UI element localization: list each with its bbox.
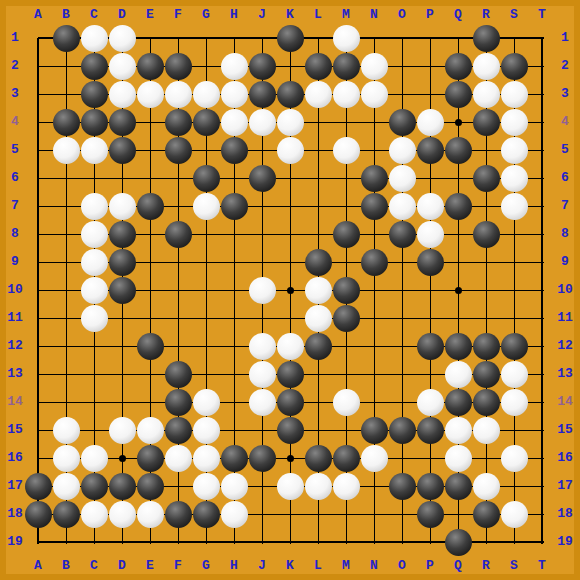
black-stone-F14 (165, 389, 192, 416)
black-stone-R13 (473, 361, 500, 388)
col-label-bottom-O: O (392, 559, 412, 573)
black-stone-K14 (277, 389, 304, 416)
white-stone-J12 (249, 333, 276, 360)
black-stone-C3 (81, 81, 108, 108)
black-stone-K13 (277, 361, 304, 388)
col-label-top-M: M (336, 8, 356, 22)
black-stone-P12 (417, 333, 444, 360)
col-label-top-S: S (504, 8, 524, 22)
col-label-bottom-N: N (364, 559, 384, 573)
white-stone-R2 (473, 53, 500, 80)
white-stone-L10 (305, 277, 332, 304)
col-label-bottom-Q: Q (448, 559, 468, 573)
col-label-top-K: K (280, 8, 300, 22)
black-stone-M10 (333, 277, 360, 304)
white-stone-S4 (501, 109, 528, 136)
white-stone-Q13 (445, 361, 472, 388)
white-stone-J4 (249, 109, 276, 136)
black-stone-P5 (417, 137, 444, 164)
white-stone-R15 (473, 417, 500, 444)
white-stone-L3 (305, 81, 332, 108)
col-label-top-H: H (224, 8, 244, 22)
black-stone-N15 (361, 417, 388, 444)
white-stone-O7 (389, 193, 416, 220)
col-label-top-R: R (476, 8, 496, 22)
black-stone-O15 (389, 417, 416, 444)
black-stone-P18 (417, 501, 444, 528)
white-stone-Q15 (445, 417, 472, 444)
white-stone-P4 (417, 109, 444, 136)
go-board[interactable]: AABBCCDDEEFFGGHHJJKKLLMMNNOOPPQQRRSSTT11… (0, 0, 580, 580)
black-stone-H5 (221, 137, 248, 164)
black-stone-L12 (305, 333, 332, 360)
col-label-bottom-C: C (84, 559, 104, 573)
white-stone-S16 (501, 445, 528, 472)
white-stone-K17 (277, 473, 304, 500)
black-stone-D10 (109, 277, 136, 304)
black-stone-R12 (473, 333, 500, 360)
black-stone-P9 (417, 249, 444, 276)
black-stone-B1 (53, 25, 80, 52)
white-stone-C18 (81, 501, 108, 528)
col-label-top-C: C (84, 8, 104, 22)
black-stone-F15 (165, 417, 192, 444)
black-stone-Q17 (445, 473, 472, 500)
black-stone-K15 (277, 417, 304, 444)
black-stone-M2 (333, 53, 360, 80)
white-stone-R17 (473, 473, 500, 500)
white-stone-C10 (81, 277, 108, 304)
black-stone-Q12 (445, 333, 472, 360)
black-stone-R14 (473, 389, 500, 416)
col-label-bottom-E: E (140, 559, 160, 573)
black-stone-C17 (81, 473, 108, 500)
black-stone-J3 (249, 81, 276, 108)
white-stone-S14 (501, 389, 528, 416)
black-stone-S2 (501, 53, 528, 80)
black-stone-M8 (333, 221, 360, 248)
white-stone-P7 (417, 193, 444, 220)
black-stone-P15 (417, 417, 444, 444)
white-stone-M3 (333, 81, 360, 108)
white-stone-G3 (193, 81, 220, 108)
col-label-bottom-A: A (28, 559, 48, 573)
white-stone-M17 (333, 473, 360, 500)
black-stone-F2 (165, 53, 192, 80)
black-stone-C4 (81, 109, 108, 136)
white-stone-C8 (81, 221, 108, 248)
white-stone-D2 (109, 53, 136, 80)
white-stone-S3 (501, 81, 528, 108)
white-stone-B5 (53, 137, 80, 164)
black-stone-D4 (109, 109, 136, 136)
white-stone-L17 (305, 473, 332, 500)
black-stone-P17 (417, 473, 444, 500)
white-stone-K12 (277, 333, 304, 360)
black-stone-Q19 (445, 529, 472, 556)
col-label-top-N: N (364, 8, 384, 22)
black-stone-E16 (137, 445, 164, 472)
black-stone-D5 (109, 137, 136, 164)
white-stone-H2 (221, 53, 248, 80)
white-stone-S5 (501, 137, 528, 164)
col-label-top-Q: Q (448, 8, 468, 22)
white-stone-K5 (277, 137, 304, 164)
col-label-top-L: L (308, 8, 328, 22)
white-stone-G17 (193, 473, 220, 500)
white-stone-J14 (249, 389, 276, 416)
black-stone-J2 (249, 53, 276, 80)
white-stone-N16 (361, 445, 388, 472)
black-stone-C2 (81, 53, 108, 80)
white-stone-P8 (417, 221, 444, 248)
white-stone-R3 (473, 81, 500, 108)
black-stone-F4 (165, 109, 192, 136)
black-stone-G18 (193, 501, 220, 528)
black-stone-D8 (109, 221, 136, 248)
black-stone-Q2 (445, 53, 472, 80)
col-label-bottom-L: L (308, 559, 328, 573)
white-stone-D15 (109, 417, 136, 444)
white-stone-F3 (165, 81, 192, 108)
white-stone-B15 (53, 417, 80, 444)
white-stone-S13 (501, 361, 528, 388)
black-stone-Q7 (445, 193, 472, 220)
white-stone-E18 (137, 501, 164, 528)
white-stone-F16 (165, 445, 192, 472)
stones-layer (24, 24, 556, 556)
black-stone-R4 (473, 109, 500, 136)
black-stone-O4 (389, 109, 416, 136)
white-stone-H3 (221, 81, 248, 108)
col-label-bottom-P: P (420, 559, 440, 573)
black-stone-N7 (361, 193, 388, 220)
black-stone-L9 (305, 249, 332, 276)
black-stone-D17 (109, 473, 136, 500)
white-stone-B17 (53, 473, 80, 500)
black-stone-N6 (361, 165, 388, 192)
black-stone-G4 (193, 109, 220, 136)
white-stone-C9 (81, 249, 108, 276)
col-label-top-J: J (252, 8, 272, 22)
black-stone-B4 (53, 109, 80, 136)
black-stone-E12 (137, 333, 164, 360)
white-stone-M5 (333, 137, 360, 164)
col-label-bottom-S: S (504, 559, 524, 573)
col-label-bottom-J: J (252, 559, 272, 573)
white-stone-D1 (109, 25, 136, 52)
white-stone-C5 (81, 137, 108, 164)
white-stone-J13 (249, 361, 276, 388)
white-stone-C1 (81, 25, 108, 52)
white-stone-K4 (277, 109, 304, 136)
white-stone-H17 (221, 473, 248, 500)
white-stone-D7 (109, 193, 136, 220)
col-label-top-G: G (196, 8, 216, 22)
black-stone-H16 (221, 445, 248, 472)
black-stone-O8 (389, 221, 416, 248)
white-stone-C11 (81, 305, 108, 332)
black-stone-R6 (473, 165, 500, 192)
col-label-bottom-M: M (336, 559, 356, 573)
white-stone-S18 (501, 501, 528, 528)
black-stone-J16 (249, 445, 276, 472)
white-stone-E15 (137, 417, 164, 444)
black-stone-R1 (473, 25, 500, 52)
white-stone-O6 (389, 165, 416, 192)
black-stone-B18 (53, 501, 80, 528)
white-stone-C7 (81, 193, 108, 220)
white-stone-P14 (417, 389, 444, 416)
col-label-bottom-D: D (112, 559, 132, 573)
black-stone-M16 (333, 445, 360, 472)
black-stone-Q14 (445, 389, 472, 416)
black-stone-K1 (277, 25, 304, 52)
white-stone-D18 (109, 501, 136, 528)
white-stone-S7 (501, 193, 528, 220)
black-stone-E7 (137, 193, 164, 220)
black-stone-H7 (221, 193, 248, 220)
white-stone-E3 (137, 81, 164, 108)
black-stone-Q3 (445, 81, 472, 108)
col-label-top-B: B (56, 8, 76, 22)
col-label-bottom-K: K (280, 559, 300, 573)
black-stone-L16 (305, 445, 332, 472)
white-stone-D3 (109, 81, 136, 108)
black-stone-J6 (249, 165, 276, 192)
black-stone-F8 (165, 221, 192, 248)
white-stone-J10 (249, 277, 276, 304)
black-stone-R18 (473, 501, 500, 528)
black-stone-F5 (165, 137, 192, 164)
col-label-bottom-B: B (56, 559, 76, 573)
white-stone-N3 (361, 81, 388, 108)
col-label-bottom-G: G (196, 559, 216, 573)
white-stone-G15 (193, 417, 220, 444)
col-label-top-T: T (532, 8, 552, 22)
white-stone-N2 (361, 53, 388, 80)
col-label-top-A: A (28, 8, 48, 22)
white-stone-B16 (53, 445, 80, 472)
black-stone-M11 (333, 305, 360, 332)
black-stone-S12 (501, 333, 528, 360)
col-label-bottom-H: H (224, 559, 244, 573)
black-stone-E17 (137, 473, 164, 500)
col-label-top-E: E (140, 8, 160, 22)
black-stone-O17 (389, 473, 416, 500)
col-label-top-D: D (112, 8, 132, 22)
white-stone-Q16 (445, 445, 472, 472)
black-stone-F13 (165, 361, 192, 388)
black-stone-N9 (361, 249, 388, 276)
col-label-bottom-T: T (532, 559, 552, 573)
white-stone-G7 (193, 193, 220, 220)
black-stone-E2 (137, 53, 164, 80)
col-label-bottom-F: F (168, 559, 188, 573)
black-stone-G6 (193, 165, 220, 192)
black-stone-F18 (165, 501, 192, 528)
white-stone-G14 (193, 389, 220, 416)
black-stone-R8 (473, 221, 500, 248)
white-stone-O5 (389, 137, 416, 164)
white-stone-H18 (221, 501, 248, 528)
white-stone-M14 (333, 389, 360, 416)
white-stone-C16 (81, 445, 108, 472)
black-stone-D9 (109, 249, 136, 276)
col-label-top-P: P (420, 8, 440, 22)
black-stone-K3 (277, 81, 304, 108)
col-label-top-F: F (168, 8, 188, 22)
black-stone-A17 (25, 473, 52, 500)
col-label-bottom-R: R (476, 559, 496, 573)
white-stone-M1 (333, 25, 360, 52)
black-stone-A18 (25, 501, 52, 528)
white-stone-G16 (193, 445, 220, 472)
white-stone-L11 (305, 305, 332, 332)
col-label-top-O: O (392, 8, 412, 22)
black-stone-L2 (305, 53, 332, 80)
white-stone-S6 (501, 165, 528, 192)
white-stone-H4 (221, 109, 248, 136)
black-stone-Q5 (445, 137, 472, 164)
